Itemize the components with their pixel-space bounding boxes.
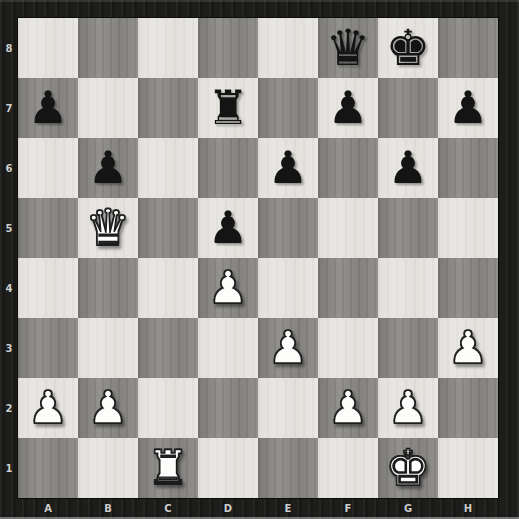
square-h8[interactable] [438,18,498,78]
square-a2[interactable]: ♟ [18,378,78,438]
black-pawn-g6[interactable]: ♟ [388,139,428,197]
white-pawn-h3[interactable]: ♟ [448,319,488,377]
white-pawn-a2[interactable]: ♟ [28,379,68,437]
square-h1[interactable] [438,438,498,498]
file-label-c: C [138,498,198,519]
square-c1[interactable]: ♜ [138,438,198,498]
square-e3[interactable]: ♟ [258,318,318,378]
white-king-g1[interactable]: ♚ [386,439,431,497]
white-pawn-d4[interactable]: ♟ [208,259,248,317]
black-pawn-e6[interactable]: ♟ [268,139,308,197]
file-label-b: B [78,498,138,519]
square-a8[interactable] [18,18,78,78]
black-pawn-d5[interactable]: ♟ [208,199,248,257]
square-d5[interactable]: ♟ [198,198,258,258]
file-label-f: F [318,498,378,519]
square-f1[interactable] [318,438,378,498]
square-e1[interactable] [258,438,318,498]
square-h4[interactable] [438,258,498,318]
square-f3[interactable] [318,318,378,378]
chess-board: ♛♚♟♜♟♟♟♟♟♛♟♟♟♟♟♟♟♟♜♚ [18,18,498,498]
square-a7[interactable]: ♟ [18,78,78,138]
square-b8[interactable] [78,18,138,78]
square-h5[interactable] [438,198,498,258]
square-g4[interactable] [378,258,438,318]
square-d6[interactable] [198,138,258,198]
square-a4[interactable] [18,258,78,318]
rank-label-1: 1 [0,438,18,498]
square-a5[interactable] [18,198,78,258]
black-king-g8[interactable]: ♚ [386,19,431,77]
black-pawn-a7[interactable]: ♟ [28,79,68,137]
square-f8[interactable]: ♛ [318,18,378,78]
square-b7[interactable] [78,78,138,138]
white-pawn-g2[interactable]: ♟ [388,379,428,437]
rank-label-7: 7 [0,78,18,138]
square-c7[interactable] [138,78,198,138]
square-d4[interactable]: ♟ [198,258,258,318]
square-f6[interactable] [318,138,378,198]
rank-label-4: 4 [0,258,18,318]
rank-label-5: 5 [0,198,18,258]
square-c6[interactable] [138,138,198,198]
square-e6[interactable]: ♟ [258,138,318,198]
rank-label-3: 3 [0,318,18,378]
square-d1[interactable] [198,438,258,498]
rank-label-6: 6 [0,138,18,198]
square-g3[interactable] [378,318,438,378]
square-h7[interactable]: ♟ [438,78,498,138]
file-label-h: H [438,498,498,519]
square-g6[interactable]: ♟ [378,138,438,198]
square-e5[interactable] [258,198,318,258]
square-c5[interactable] [138,198,198,258]
square-d7[interactable]: ♜ [198,78,258,138]
black-rook-d7[interactable]: ♜ [207,79,249,137]
rank-label-2: 2 [0,378,18,438]
board-frame: ♛♚♟♜♟♟♟♟♟♛♟♟♟♟♟♟♟♟♜♚ 87654321 ABCDEFGH [0,0,519,519]
square-c2[interactable] [138,378,198,438]
square-g1[interactable]: ♚ [378,438,438,498]
black-pawn-h7[interactable]: ♟ [448,79,488,137]
square-f2[interactable]: ♟ [318,378,378,438]
white-pawn-b2[interactable]: ♟ [88,379,128,437]
white-pawn-f2[interactable]: ♟ [328,379,368,437]
square-b5[interactable]: ♛ [78,198,138,258]
square-a3[interactable] [18,318,78,378]
square-b3[interactable] [78,318,138,378]
square-d2[interactable] [198,378,258,438]
rank-label-8: 8 [0,18,18,78]
square-b4[interactable] [78,258,138,318]
black-pawn-f7[interactable]: ♟ [328,79,368,137]
square-g8[interactable]: ♚ [378,18,438,78]
square-f7[interactable]: ♟ [318,78,378,138]
file-label-a: A [18,498,78,519]
square-f5[interactable] [318,198,378,258]
black-queen-f8[interactable]: ♛ [326,19,371,77]
square-d8[interactable] [198,18,258,78]
black-pawn-b6[interactable]: ♟ [88,139,128,197]
square-a6[interactable] [18,138,78,198]
file-label-g: G [378,498,438,519]
white-pawn-e3[interactable]: ♟ [268,319,308,377]
square-d3[interactable] [198,318,258,378]
square-e4[interactable] [258,258,318,318]
square-g2[interactable]: ♟ [378,378,438,438]
square-c4[interactable] [138,258,198,318]
square-e8[interactable] [258,18,318,78]
square-b6[interactable]: ♟ [78,138,138,198]
square-h6[interactable] [438,138,498,198]
square-f4[interactable] [318,258,378,318]
square-e7[interactable] [258,78,318,138]
square-b2[interactable]: ♟ [78,378,138,438]
square-h3[interactable]: ♟ [438,318,498,378]
file-label-e: E [258,498,318,519]
white-queen-b5[interactable]: ♛ [86,199,131,257]
square-c8[interactable] [138,18,198,78]
square-b1[interactable] [78,438,138,498]
white-rook-c1[interactable]: ♜ [147,439,189,497]
square-g7[interactable] [378,78,438,138]
square-c3[interactable] [138,318,198,378]
square-g5[interactable] [378,198,438,258]
square-a1[interactable] [18,438,78,498]
file-label-d: D [198,498,258,519]
square-h2[interactable] [438,378,498,438]
square-e2[interactable] [258,378,318,438]
